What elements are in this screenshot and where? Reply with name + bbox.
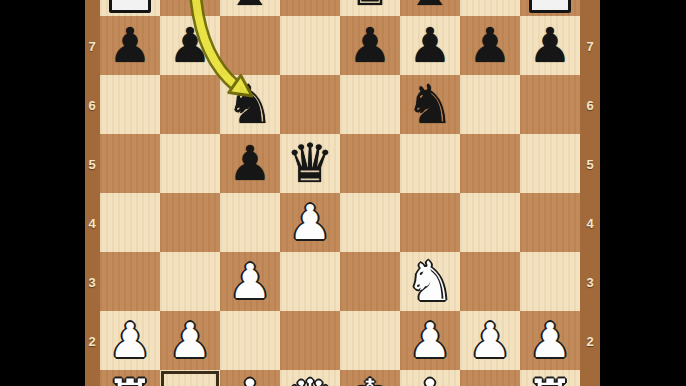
square-e7[interactable]: ♟ [340,16,400,75]
white-bishop[interactable]: ♝ [400,370,460,386]
black-bishop[interactable]: ♝ [220,0,280,16]
square-h6[interactable] [520,75,580,134]
rank-label-7-right: 7 [586,38,593,53]
square-e8[interactable]: ♚ [340,0,400,16]
square-h1[interactable]: ♜ [520,370,580,386]
square-f6[interactable]: ♞ [400,75,460,134]
rank-label-4-right: 4 [586,215,593,230]
rank-label-2-right: 2 [586,333,593,348]
black-bishop[interactable]: ♝ [400,0,460,16]
square-a5[interactable] [100,134,160,193]
board-frame: ♜♝♚♝♜♟♟♟♟♟♟♞♞♟♛♟♟♞♟♟♟♟♟♜♝♛♚♝♜ [85,0,600,386]
square-b2[interactable]: ♟ [160,311,220,370]
square-c7[interactable] [220,16,280,75]
square-f1[interactable]: ♝ [400,370,460,386]
square-g7[interactable]: ♟ [460,16,520,75]
square-h4[interactable] [520,193,580,252]
rank-label-6-right: 6 [586,97,593,112]
square-a6[interactable] [100,75,160,134]
white-rook[interactable]: ♜ [520,370,580,386]
square-b3[interactable] [160,252,220,311]
rank-label-6-left: 6 [88,97,95,112]
square-c6[interactable]: ♞ [220,75,280,134]
white-pawn[interactable]: ♟ [460,311,520,370]
square-b6[interactable] [160,75,220,134]
square-d8[interactable] [280,0,340,16]
square-d2[interactable] [280,311,340,370]
rank-label-7-left: 7 [88,38,95,53]
square-c4[interactable] [220,193,280,252]
square-g1[interactable] [460,370,520,386]
square-e6[interactable] [340,75,400,134]
white-queen[interactable]: ♛ [280,370,340,386]
black-rook-silver-base [529,0,571,13]
square-g5[interactable] [460,134,520,193]
square-b1[interactable] [160,370,220,386]
square-d7[interactable] [280,16,340,75]
square-f2[interactable]: ♟ [400,311,460,370]
chess-board: ♜♝♚♝♜♟♟♟♟♟♟♞♞♟♛♟♟♞♟♟♟♟♟♜♝♛♚♝♜ [100,0,580,386]
square-b5[interactable] [160,134,220,193]
black-pawn[interactable]: ♟ [160,16,220,75]
square-h8[interactable]: ♜ [520,0,580,16]
square-a4[interactable] [100,193,160,252]
black-pawn[interactable]: ♟ [400,16,460,75]
black-queen[interactable]: ♛ [280,134,340,193]
square-g4[interactable] [460,193,520,252]
square-b7[interactable]: ♟ [160,16,220,75]
square-h7[interactable]: ♟ [520,16,580,75]
rank-label-5-right: 5 [586,156,593,171]
white-pawn[interactable]: ♟ [220,252,280,311]
square-g6[interactable] [460,75,520,134]
black-pawn[interactable]: ♟ [460,16,520,75]
black-pawn[interactable]: ♟ [100,16,160,75]
black-knight[interactable]: ♞ [220,75,280,134]
letterbox-right [600,0,686,386]
square-c8[interactable]: ♝ [220,0,280,16]
square-g3[interactable] [460,252,520,311]
black-pawn[interactable]: ♟ [340,16,400,75]
square-f4[interactable] [400,193,460,252]
square-h3[interactable] [520,252,580,311]
square-c2[interactable] [220,311,280,370]
square-e1[interactable]: ♚ [340,370,400,386]
black-knight[interactable]: ♞ [400,75,460,134]
square-b4[interactable] [160,193,220,252]
white-bishop[interactable]: ♝ [220,370,280,386]
square-c5[interactable]: ♟ [220,134,280,193]
white-rook[interactable]: ♜ [100,370,160,386]
white-pawn[interactable]: ♟ [400,311,460,370]
square-a8[interactable]: ♜ [100,0,160,16]
rank-label-3-right: 3 [586,274,593,289]
square-f3[interactable]: ♞ [400,252,460,311]
black-rook-silver-base [109,0,151,13]
square-c1[interactable]: ♝ [220,370,280,386]
white-pawn[interactable]: ♟ [520,311,580,370]
rank-label-4-left: 4 [88,215,95,230]
square-c3[interactable]: ♟ [220,252,280,311]
square-a1[interactable]: ♜ [100,370,160,386]
square-f7[interactable]: ♟ [400,16,460,75]
square-d1[interactable]: ♛ [280,370,340,386]
square-e3[interactable] [340,252,400,311]
letterbox-left [0,0,85,386]
square-d6[interactable] [280,75,340,134]
video-frame: ♜♝♚♝♜♟♟♟♟♟♟♞♞♟♛♟♟♞♟♟♟♟♟♜♝♛♚♝♜ 7766554433… [0,0,686,386]
white-king[interactable]: ♚ [340,370,400,386]
square-f8[interactable]: ♝ [400,0,460,16]
square-a7[interactable]: ♟ [100,16,160,75]
rank-label-3-left: 3 [88,274,95,289]
white-pawn[interactable]: ♟ [160,311,220,370]
square-g2[interactable]: ♟ [460,311,520,370]
white-pawn[interactable]: ♟ [280,193,340,252]
black-pawn[interactable]: ♟ [220,134,280,193]
square-a2[interactable]: ♟ [100,311,160,370]
square-h5[interactable] [520,134,580,193]
rank-label-2-left: 2 [88,333,95,348]
square-e5[interactable] [340,134,400,193]
square-e2[interactable] [340,311,400,370]
square-d4[interactable]: ♟ [280,193,340,252]
square-d5[interactable]: ♛ [280,134,340,193]
square-b8[interactable] [160,0,220,16]
square-e4[interactable] [340,193,400,252]
square-a3[interactable] [100,252,160,311]
white-pawn[interactable]: ♟ [100,311,160,370]
white-knight[interactable]: ♞ [400,252,460,311]
square-d3[interactable] [280,252,340,311]
square-h2[interactable]: ♟ [520,311,580,370]
square-g8[interactable] [460,0,520,16]
square-f5[interactable] [400,134,460,193]
rank-label-5-left: 5 [88,156,95,171]
black-pawn[interactable]: ♟ [520,16,580,75]
black-king[interactable]: ♚ [340,0,400,16]
